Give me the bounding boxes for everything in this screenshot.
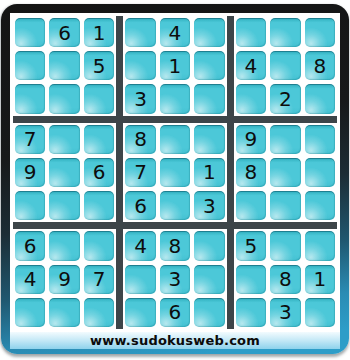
box-2-2: 5813 [234, 229, 337, 329]
cell-r7c6[interactable] [194, 231, 224, 260]
cell-r8c1[interactable]: 4 [15, 265, 45, 294]
cell-r3c5[interactable] [160, 84, 190, 113]
cell-r3c7[interactable] [236, 84, 266, 113]
box-0-1: 413 [123, 16, 226, 116]
box-2-1: 4836 [123, 229, 226, 329]
box-0-0: 615 [13, 16, 116, 116]
cell-r4c9[interactable] [305, 125, 335, 154]
cell-r1c7[interactable] [236, 18, 266, 47]
cell-r6c5[interactable] [160, 191, 190, 220]
cell-r2c7[interactable]: 4 [236, 51, 266, 80]
cell-r2c5[interactable]: 1 [160, 51, 190, 80]
cell-r5c4[interactable]: 7 [125, 158, 155, 187]
footer-bar: www.sudokusweb.com [10, 332, 340, 349]
cell-r7c5[interactable]: 8 [160, 231, 190, 260]
cell-r1c2[interactable]: 6 [49, 18, 79, 47]
cell-r4c7[interactable]: 9 [236, 125, 266, 154]
cell-r7c3[interactable] [84, 231, 114, 260]
cell-r3c9[interactable] [305, 84, 335, 113]
cell-r9c8[interactable]: 3 [270, 298, 300, 327]
cell-r9c1[interactable] [15, 298, 45, 327]
cell-r5c1[interactable]: 9 [15, 158, 45, 187]
cell-r1c9[interactable] [305, 18, 335, 47]
cell-r6c7[interactable] [236, 191, 266, 220]
cell-r9c3[interactable] [84, 298, 114, 327]
cell-r9c9[interactable] [305, 298, 335, 327]
cell-r3c4[interactable]: 3 [125, 84, 155, 113]
cell-r3c3[interactable] [84, 84, 114, 113]
cell-r5c6[interactable]: 1 [194, 158, 224, 187]
cell-r6c3[interactable] [84, 191, 114, 220]
cell-r1c4[interactable] [125, 18, 155, 47]
cell-r1c8[interactable] [270, 18, 300, 47]
cell-r8c2[interactable]: 9 [49, 265, 79, 294]
cell-r1c5[interactable]: 4 [160, 18, 190, 47]
cell-r9c5[interactable]: 6 [160, 298, 190, 327]
sudoku-board: 6154134827968716398649748365813 [13, 16, 337, 329]
cell-r4c3[interactable] [84, 125, 114, 154]
cell-r6c1[interactable] [15, 191, 45, 220]
cell-r4c8[interactable] [270, 125, 300, 154]
box-1-2: 98 [234, 123, 337, 223]
cell-r7c9[interactable] [305, 231, 335, 260]
cell-r5c7[interactable]: 8 [236, 158, 266, 187]
cell-r4c4[interactable]: 8 [125, 125, 155, 154]
cell-r6c4[interactable]: 6 [125, 191, 155, 220]
cell-r2c9[interactable]: 8 [305, 51, 335, 80]
cell-r9c7[interactable] [236, 298, 266, 327]
board-inner: 6154134827968716398649748365813 [10, 13, 340, 332]
box-0-2: 482 [234, 16, 337, 116]
cell-r3c1[interactable] [15, 84, 45, 113]
box-1-0: 796 [13, 123, 116, 223]
cell-r2c4[interactable] [125, 51, 155, 80]
cell-r8c9[interactable]: 1 [305, 265, 335, 294]
cell-r8c8[interactable]: 8 [270, 265, 300, 294]
cell-r4c2[interactable] [49, 125, 79, 154]
site-link[interactable]: www.sudokusweb.com [90, 333, 260, 348]
cell-r8c7[interactable] [236, 265, 266, 294]
sudoku-page: 6154134827968716398649748365813 www.sudo… [0, 0, 350, 360]
cell-r7c1[interactable]: 6 [15, 231, 45, 260]
cell-r7c7[interactable]: 5 [236, 231, 266, 260]
cell-r1c6[interactable] [194, 18, 224, 47]
box-2-0: 6497 [13, 229, 116, 329]
cell-r2c1[interactable] [15, 51, 45, 80]
cell-r4c6[interactable] [194, 125, 224, 154]
cell-r7c8[interactable] [270, 231, 300, 260]
cell-r1c1[interactable] [15, 18, 45, 47]
cell-r2c8[interactable] [270, 51, 300, 80]
cell-r5c5[interactable] [160, 158, 190, 187]
cell-r4c1[interactable]: 7 [15, 125, 45, 154]
cell-r9c4[interactable] [125, 298, 155, 327]
cell-r3c6[interactable] [194, 84, 224, 113]
cell-r7c4[interactable]: 4 [125, 231, 155, 260]
cell-r3c8[interactable]: 2 [270, 84, 300, 113]
cell-r7c2[interactable] [49, 231, 79, 260]
cell-r2c3[interactable]: 5 [84, 51, 114, 80]
cell-r3c2[interactable] [49, 84, 79, 113]
cell-r5c8[interactable] [270, 158, 300, 187]
cell-r4c5[interactable] [160, 125, 190, 154]
cell-r8c5[interactable]: 3 [160, 265, 190, 294]
cell-r6c2[interactable] [49, 191, 79, 220]
cell-r5c3[interactable]: 6 [84, 158, 114, 187]
cell-r5c9[interactable] [305, 158, 335, 187]
board-frame: 6154134827968716398649748365813 www.sudo… [1, 4, 349, 354]
cell-r2c2[interactable] [49, 51, 79, 80]
cell-r6c6[interactable]: 3 [194, 191, 224, 220]
cell-r8c3[interactable]: 7 [84, 265, 114, 294]
cell-r9c6[interactable] [194, 298, 224, 327]
cell-r6c9[interactable] [305, 191, 335, 220]
cell-r2c6[interactable] [194, 51, 224, 80]
cell-r9c2[interactable] [49, 298, 79, 327]
cell-r8c6[interactable] [194, 265, 224, 294]
cell-r5c2[interactable] [49, 158, 79, 187]
cell-r6c8[interactable] [270, 191, 300, 220]
cell-r1c3[interactable]: 1 [84, 18, 114, 47]
cell-r8c4[interactable] [125, 265, 155, 294]
box-1-1: 87163 [123, 123, 226, 223]
